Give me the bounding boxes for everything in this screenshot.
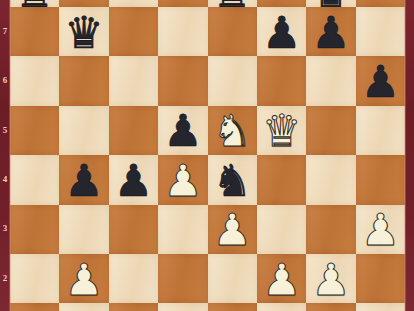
square-b6[interactable] [59,56,108,105]
square-a2[interactable] [10,254,59,303]
square-d5[interactable]: ♟ [158,106,207,155]
square-c4[interactable]: ♟ [109,155,158,204]
square-a5[interactable] [10,106,59,155]
square-c6[interactable] [109,56,158,105]
square-e2[interactable] [208,254,257,303]
square-g3[interactable] [306,205,355,254]
chessboard-screenshot: ♜♜♚♛♟♟♟♟♞♛♟♟♟♞♟♟♟♟♟ 765432 [0,0,414,311]
square-g2[interactable]: ♟ [306,254,355,303]
square-d8[interactable] [158,0,207,7]
square-g8[interactable]: ♚ [306,0,355,7]
square-h1[interactable] [356,303,405,311]
chess-board: ♜♜♚♛♟♟♟♟♞♛♟♟♟♞♟♟♟♟♟ [10,0,405,311]
square-g7[interactable]: ♟ [306,7,355,56]
rank-label-3: 3 [0,224,10,233]
square-h5[interactable] [356,106,405,155]
square-b2[interactable]: ♟ [59,254,108,303]
square-h8[interactable] [356,0,405,7]
square-f8[interactable] [257,0,306,7]
piece-black-pawn-c4[interactable]: ♟ [114,159,153,203]
piece-white-queen-f5[interactable]: ♛ [262,109,301,153]
square-e6[interactable] [208,56,257,105]
square-d4[interactable]: ♟ [158,155,207,204]
square-a1[interactable] [10,303,59,311]
rank-label-6: 6 [0,76,10,85]
square-g6[interactable] [306,56,355,105]
square-a3[interactable] [10,205,59,254]
square-f5[interactable]: ♛ [257,106,306,155]
piece-white-knight-e5[interactable]: ♞ [213,109,252,153]
piece-black-queen-b7[interactable]: ♛ [64,11,103,55]
square-h6[interactable]: ♟ [356,56,405,105]
square-e4[interactable]: ♞ [208,155,257,204]
square-e3[interactable]: ♟ [208,205,257,254]
square-e5[interactable]: ♞ [208,106,257,155]
piece-white-pawn-e3[interactable]: ♟ [213,208,252,252]
piece-black-pawn-g7[interactable]: ♟ [311,11,350,55]
square-e1[interactable] [208,303,257,311]
square-h7[interactable] [356,7,405,56]
square-c5[interactable] [109,106,158,155]
square-f3[interactable] [257,205,306,254]
rank-label-5: 5 [0,126,10,135]
square-b4[interactable]: ♟ [59,155,108,204]
square-f7[interactable]: ♟ [257,7,306,56]
square-a8[interactable]: ♜ [10,0,59,7]
square-d3[interactable] [158,205,207,254]
square-b7[interactable]: ♛ [59,7,108,56]
square-a7[interactable] [10,7,59,56]
rank-label-7: 7 [0,27,10,36]
square-c2[interactable] [109,254,158,303]
piece-white-pawn-f2[interactable]: ♟ [262,258,301,302]
frame-inner-seam-left [9,0,11,311]
square-a4[interactable] [10,155,59,204]
rank-label-4: 4 [0,175,10,184]
piece-black-pawn-f7[interactable]: ♟ [262,11,301,55]
square-h4[interactable] [356,155,405,204]
square-f6[interactable] [257,56,306,105]
square-c1[interactable] [109,303,158,311]
frame-inner-seam-right [404,0,406,311]
square-d6[interactable] [158,56,207,105]
square-b5[interactable] [59,106,108,155]
square-c8[interactable] [109,0,158,7]
rank-label-2: 2 [0,274,10,283]
square-f1[interactable] [257,303,306,311]
square-c3[interactable] [109,205,158,254]
square-e8[interactable]: ♜ [208,0,257,7]
piece-white-pawn-h3[interactable]: ♟ [361,208,400,252]
square-b3[interactable] [59,205,108,254]
square-a6[interactable] [10,56,59,105]
piece-white-pawn-d4[interactable]: ♟ [163,159,202,203]
square-f2[interactable]: ♟ [257,254,306,303]
square-c7[interactable] [109,7,158,56]
square-d2[interactable] [158,254,207,303]
piece-white-pawn-b2[interactable]: ♟ [64,258,103,302]
square-d1[interactable] [158,303,207,311]
piece-black-knight-e4[interactable]: ♞ [213,159,252,203]
piece-black-pawn-d5[interactable]: ♟ [163,109,202,153]
square-e7[interactable] [208,7,257,56]
square-b1[interactable] [59,303,108,311]
square-g5[interactable] [306,106,355,155]
square-h2[interactable] [356,254,405,303]
piece-white-pawn-g2[interactable]: ♟ [311,258,350,302]
square-h3[interactable]: ♟ [356,205,405,254]
piece-black-pawn-h6[interactable]: ♟ [361,60,400,104]
square-f4[interactable] [257,155,306,204]
square-b8[interactable] [59,0,108,7]
square-g1[interactable] [306,303,355,311]
square-d7[interactable] [158,7,207,56]
square-g4[interactable] [306,155,355,204]
piece-black-pawn-b4[interactable]: ♟ [64,159,103,203]
